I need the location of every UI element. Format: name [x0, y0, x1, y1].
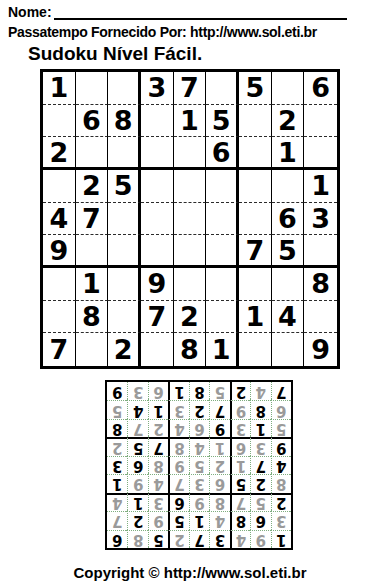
puzzle-cell-r7c5[interactable]	[174, 268, 207, 301]
puzzle-cell-r8c7: 1	[239, 301, 272, 334]
solution-cell-r7c4: 9	[209, 419, 229, 437]
solution-cell-r3c2: 5	[250, 493, 270, 511]
puzzle-cell-r7c3[interactable]	[108, 268, 141, 301]
solution-cell-r7c3: 3	[230, 419, 250, 437]
puzzle-cell-r7c6[interactable]	[206, 268, 239, 301]
solution-cell-r1c4: 3	[209, 530, 229, 548]
puzzle-cell-r2c2: 6	[76, 105, 109, 138]
solution-cell-r9c9: 9	[107, 382, 127, 400]
solution-cell-r2c5: 1	[189, 511, 209, 529]
puzzle-cell-r5c9: 3	[304, 203, 337, 236]
puzzle-cell-r5c2: 7	[76, 203, 109, 236]
puzzle-cell-r7c4: 9	[141, 268, 174, 301]
solution-cell-r2c9: 7	[107, 511, 127, 529]
solution-cell-r4c8: 9	[127, 474, 147, 492]
solution-cell-r3c6: 6	[168, 493, 188, 511]
solution-cell-r8c3: 9	[230, 400, 250, 418]
puzzle-cell-r8c5: 2	[174, 301, 207, 334]
solution-cell-r4c5: 3	[189, 474, 209, 492]
puzzle-cell-r4c9: 1	[304, 170, 337, 203]
puzzle-cell-r6c3[interactable]	[108, 235, 141, 268]
solution-cell-r1c6: 2	[168, 530, 188, 548]
solution-cell-r8c1: 6	[271, 400, 291, 418]
solution-cell-r5c2: 7	[250, 456, 270, 474]
solution-cell-r3c5: 9	[189, 493, 209, 511]
puzzle-cell-r5c6[interactable]	[206, 203, 239, 236]
solution-cell-r7c6: 4	[168, 419, 188, 437]
puzzle-cell-r8c2: 8	[76, 301, 109, 334]
puzzle-cell-r1c1: 1	[43, 72, 76, 105]
solution-cell-r7c1: 5	[271, 419, 291, 437]
solution-cell-r2c8: 2	[127, 511, 147, 529]
solution-cell-r9c4: 5	[209, 382, 229, 400]
name-blank-line	[54, 4, 347, 20]
solution-cell-r5c4: 2	[209, 456, 229, 474]
puzzle-cell-r4c4[interactable]	[141, 170, 174, 203]
puzzle-cell-r6c8: 5	[272, 235, 305, 268]
solution-cell-r8c5: 2	[189, 400, 209, 418]
puzzle-cell-r6c6[interactable]	[206, 235, 239, 268]
puzzle-cell-r4c5[interactable]	[174, 170, 207, 203]
solution-cell-r4c9: 1	[107, 474, 127, 492]
solution-cell-r2c3: 8	[230, 511, 250, 529]
puzzle-cell-r5c4[interactable]	[141, 203, 174, 236]
solution-cell-r1c3: 4	[230, 530, 250, 548]
solution-cell-r5c8: 6	[127, 456, 147, 474]
puzzle-cell-r4c7[interactable]	[239, 170, 272, 203]
puzzle-cell-r3c2[interactable]	[76, 137, 109, 170]
solution-cell-r3c1: 2	[271, 493, 291, 511]
puzzle-cell-r2c8: 2	[272, 105, 305, 138]
solution-cell-r2c4: 4	[209, 511, 229, 529]
solution-cell-r7c7: 2	[148, 419, 168, 437]
solution-cell-r8c8: 4	[127, 400, 147, 418]
puzzle-cell-r9c8[interactable]	[272, 333, 305, 366]
name-label: Nome:	[8, 4, 52, 20]
puzzle-cell-r3c7[interactable]	[239, 137, 272, 170]
solution-cell-r5c5: 5	[189, 456, 209, 474]
puzzle-cell-r7c7[interactable]	[239, 268, 272, 301]
solution-cell-r7c2: 1	[250, 419, 270, 437]
solution-cell-r1c8: 8	[127, 530, 147, 548]
solution-cell-r8c7: 1	[148, 400, 168, 418]
puzzle-cell-r9c2[interactable]	[76, 333, 109, 366]
puzzle-cell-r9c4[interactable]	[141, 333, 174, 366]
solution-cell-r1c5: 7	[189, 530, 209, 548]
solution-cell-r9c3: 2	[230, 382, 250, 400]
solution-cell-r6c9: 2	[107, 437, 127, 455]
puzzle-cell-r6c2[interactable]	[76, 235, 109, 268]
page-title: Sudoku Nível Fácil.	[28, 43, 372, 65]
solution-cell-r3c3: 7	[230, 493, 250, 511]
puzzle-cell-r8c6[interactable]	[206, 301, 239, 334]
puzzle-cell-r5c8: 6	[272, 203, 305, 236]
solution-cell-r5c7: 8	[148, 456, 168, 474]
solution-cell-r2c2: 6	[250, 511, 270, 529]
solution-cell-r9c2: 4	[250, 382, 270, 400]
solution-cell-r3c7: 3	[148, 493, 168, 511]
puzzle-cell-r7c8[interactable]	[272, 268, 305, 301]
solution-cell-r9c7: 6	[148, 382, 168, 400]
puzzle-cell-r4c1[interactable]	[43, 170, 76, 203]
puzzle-grid: 137566815226125147639751988721472819	[40, 69, 340, 369]
puzzle-cell-r1c5: 7	[174, 72, 207, 105]
puzzle-cell-r8c1[interactable]	[43, 301, 76, 334]
solution-cell-r8c6: 3	[168, 400, 188, 418]
solution-cell-r4c7: 4	[148, 474, 168, 492]
puzzle-cell-r5c3[interactable]	[108, 203, 141, 236]
puzzle-cell-r8c9[interactable]	[304, 301, 337, 334]
puzzle-cell-r3c5[interactable]	[174, 137, 207, 170]
puzzle-cell-r3c1: 2	[43, 137, 76, 170]
solution-cell-r3c4: 8	[209, 493, 229, 511]
puzzle-cell-r3c6: 6	[206, 137, 239, 170]
solution-cell-r4c3: 5	[230, 474, 250, 492]
puzzle-cell-r9c6: 1	[206, 333, 239, 366]
puzzle-cell-r7c2: 1	[76, 268, 109, 301]
solution-cell-r1c9: 6	[107, 530, 127, 548]
puzzle-cell-r2c9[interactable]	[304, 105, 337, 138]
solution-cell-r1c1: 1	[271, 530, 291, 548]
solution-cell-r7c8: 7	[127, 419, 147, 437]
puzzle-cell-r9c1: 7	[43, 333, 76, 366]
puzzle-cell-r2c4[interactable]	[141, 105, 174, 138]
puzzle-cell-r2c7[interactable]	[239, 105, 272, 138]
puzzle-cell-r1c6[interactable]	[206, 72, 239, 105]
puzzle-cell-r9c7[interactable]	[239, 333, 272, 366]
puzzle-cell-r5c5[interactable]	[174, 203, 207, 236]
puzzle-cell-r3c9[interactable]	[304, 137, 337, 170]
puzzle-cell-r5c7[interactable]	[239, 203, 272, 236]
puzzle-cell-r4c3: 5	[108, 170, 141, 203]
worksheet-header: Nome: Passatempo Fornecido Por: http://w…	[0, 0, 380, 65]
puzzle-cell-r4c8[interactable]	[272, 170, 305, 203]
solution-cell-r4c4: 6	[209, 474, 229, 492]
puzzle-cell-r8c3[interactable]	[108, 301, 141, 334]
puzzle-cell-r2c5: 1	[174, 105, 207, 138]
puzzle-cell-r2c6: 5	[206, 105, 239, 138]
puzzle-cell-r7c9: 8	[304, 268, 337, 301]
puzzle-cell-r6c9[interactable]	[304, 235, 337, 268]
puzzle-cell-r9c3: 2	[108, 333, 141, 366]
puzzle-cell-r3c8: 1	[272, 137, 305, 170]
solution-cell-r6c3: 6	[230, 437, 250, 455]
puzzle-cell-r3c3[interactable]	[108, 137, 141, 170]
solution-cell-r8c2: 8	[250, 400, 270, 418]
puzzle-cell-r9c5: 8	[174, 333, 207, 366]
puzzle-cell-r2c1[interactable]	[43, 105, 76, 138]
puzzle-cell-r6c1: 9	[43, 235, 76, 268]
solution-cell-r6c5: 4	[189, 437, 209, 455]
puzzle-cell-r6c4[interactable]	[141, 235, 174, 268]
solution-cell-r6c2: 3	[250, 437, 270, 455]
puzzle-cell-r8c4: 7	[141, 301, 174, 334]
solution-cell-r6c1: 9	[271, 437, 291, 455]
solution-cell-r3c8: 1	[127, 493, 147, 511]
puzzle-cell-r1c2[interactable]	[76, 72, 109, 105]
puzzle-cell-r7c1[interactable]	[43, 268, 76, 301]
puzzle-cell-r9c9: 9	[304, 333, 337, 366]
solution-cell-r5c3: 1	[230, 456, 250, 474]
name-row: Nome:	[8, 4, 347, 20]
solution-cell-r6c4: 1	[209, 437, 229, 455]
solution-cell-r2c6: 5	[168, 511, 188, 529]
solution-cell-r5c9: 3	[107, 456, 127, 474]
puzzle-cell-r4c2: 2	[76, 170, 109, 203]
solution-cell-r9c8: 3	[127, 382, 147, 400]
solution-cell-r9c6: 1	[168, 382, 188, 400]
solution-cell-r7c9: 8	[107, 419, 127, 437]
solution-cell-r7c5: 6	[189, 419, 209, 437]
puzzle-cell-r6c5[interactable]	[174, 235, 207, 268]
provider-line: Passatempo Fornecido Por: http://www.sol…	[8, 24, 372, 40]
solution-cell-r6c6: 8	[168, 437, 188, 455]
puzzle-cell-r1c4: 3	[141, 72, 174, 105]
puzzle-cell-r1c7: 5	[239, 72, 272, 105]
solution-cell-r3c9: 4	[107, 493, 127, 511]
solution-cell-r8c4: 7	[209, 400, 229, 418]
solution-cell-r5c1: 4	[271, 456, 291, 474]
puzzle-cell-r3c4[interactable]	[141, 137, 174, 170]
puzzle-cell-r1c8[interactable]	[272, 72, 305, 105]
puzzle-cell-r1c3[interactable]	[108, 72, 141, 105]
solution-cell-r1c7: 5	[148, 530, 168, 548]
puzzle-cell-r6c7: 7	[239, 235, 272, 268]
solution-cell-r4c1: 8	[271, 474, 291, 492]
puzzle-cell-r4c6[interactable]	[206, 170, 239, 203]
solution-cell-r9c1: 7	[271, 382, 291, 400]
solution-cell-r1c2: 9	[250, 530, 270, 548]
puzzle-cell-r8c8: 4	[272, 301, 305, 334]
footer-copyright: Copyright © http://www.sol.eti.br	[0, 564, 380, 581]
solution-cell-r4c2: 2	[250, 474, 270, 492]
solution-cell-r6c8: 5	[127, 437, 147, 455]
puzzle-cell-r2c3: 8	[108, 105, 141, 138]
solution-cell-r6c7: 7	[148, 437, 168, 455]
puzzle-cell-r5c1: 4	[43, 203, 76, 236]
solution-cell-r4c6: 7	[168, 474, 188, 492]
solution-cell-r2c7: 9	[148, 511, 168, 529]
puzzle-cell-r1c9: 6	[304, 72, 337, 105]
solution-cell-r9c5: 8	[189, 382, 209, 400]
solution-grid: 1943725863684159272578963148256374914712…	[105, 380, 293, 550]
solution-cell-r8c9: 5	[107, 400, 127, 418]
solution-cell-r2c1: 3	[271, 511, 291, 529]
solution-cell-r5c6: 9	[168, 456, 188, 474]
